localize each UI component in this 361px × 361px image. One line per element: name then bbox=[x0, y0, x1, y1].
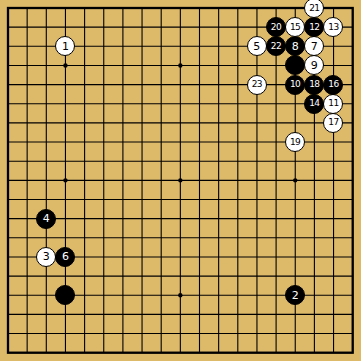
move-number: 22 bbox=[271, 41, 281, 50]
stone-white-move-15[interactable]: 15 bbox=[285, 17, 305, 37]
stone-white-move-5[interactable]: 5 bbox=[247, 36, 267, 56]
stone-black-move-6[interactable]: 6 bbox=[55, 247, 75, 267]
stone-black-move-18[interactable]: 18 bbox=[304, 75, 324, 95]
stone-black-move-20[interactable]: 20 bbox=[266, 17, 286, 37]
stone-white-move-23[interactable]: 23 bbox=[247, 75, 267, 95]
move-number: 7 bbox=[311, 40, 318, 51]
stone-white-move-17[interactable]: 17 bbox=[323, 113, 343, 133]
move-number: 12 bbox=[309, 22, 319, 31]
stone-black-move-4[interactable]: 4 bbox=[36, 209, 56, 229]
move-number: 1 bbox=[62, 40, 69, 51]
stone-white-move-3[interactable]: 3 bbox=[36, 247, 56, 267]
move-number: 16 bbox=[328, 80, 338, 89]
stone-white-move-13[interactable]: 13 bbox=[323, 17, 343, 37]
move-number: 4 bbox=[43, 213, 50, 224]
stone-black-move-16[interactable]: 16 bbox=[323, 75, 343, 95]
stone-white-move-19[interactable]: 19 bbox=[285, 132, 305, 152]
move-number: 15 bbox=[290, 22, 300, 31]
move-number: 3 bbox=[43, 251, 50, 262]
move-number: 9 bbox=[311, 59, 318, 70]
move-number: 18 bbox=[309, 80, 319, 89]
move-number: 10 bbox=[290, 80, 300, 89]
move-number: 5 bbox=[253, 40, 260, 51]
stone-black-move-8[interactable]: 8 bbox=[285, 36, 305, 56]
move-number: 8 bbox=[292, 40, 299, 51]
go-board[interactable]: 1234567891011121314151617181920212223 bbox=[0, 0, 361, 361]
move-number: 6 bbox=[62, 251, 69, 262]
stone-white-move-21[interactable]: 21 bbox=[304, 0, 324, 18]
stone-white-move-11[interactable]: 11 bbox=[323, 94, 343, 114]
move-number: 14 bbox=[309, 99, 319, 108]
move-number: 17 bbox=[328, 118, 338, 127]
stone-black-move-10[interactable]: 10 bbox=[285, 75, 305, 95]
stone-white-move-7[interactable]: 7 bbox=[304, 36, 324, 56]
stone-black-move-12[interactable]: 12 bbox=[304, 17, 324, 37]
stone-black-move-22[interactable]: 22 bbox=[266, 36, 286, 56]
stone-white-move-9[interactable]: 9 bbox=[304, 55, 324, 75]
move-number: 21 bbox=[309, 3, 319, 12]
stone-black-setup[interactable] bbox=[285, 55, 305, 75]
move-number: 11 bbox=[328, 99, 338, 108]
move-number: 13 bbox=[328, 22, 338, 31]
move-number: 23 bbox=[252, 80, 262, 89]
stones-layer: 1234567891011121314151617181920212223 bbox=[0, 0, 361, 361]
stone-black-move-2[interactable]: 2 bbox=[285, 285, 305, 305]
move-number: 2 bbox=[292, 289, 299, 300]
stone-black-setup[interactable] bbox=[55, 285, 75, 305]
move-number: 19 bbox=[290, 137, 300, 146]
stone-black-move-14[interactable]: 14 bbox=[304, 94, 324, 114]
stone-white-move-1[interactable]: 1 bbox=[55, 36, 75, 56]
move-number: 20 bbox=[271, 22, 281, 31]
